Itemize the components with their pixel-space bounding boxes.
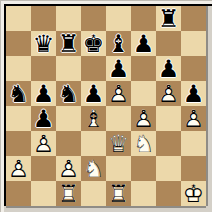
square-f1[interactable] xyxy=(131,181,156,206)
white-rook-piece[interactable]: ♜♖ xyxy=(56,181,81,206)
square-g6[interactable]: ♟ xyxy=(156,56,181,81)
square-e4[interactable] xyxy=(106,106,131,131)
square-h3[interactable] xyxy=(181,131,206,156)
square-e5[interactable]: ♟♙ xyxy=(106,81,131,106)
piece-glyph-outline: ♔ xyxy=(181,181,206,206)
white-knight-piece[interactable]: ♞♘ xyxy=(131,131,156,156)
square-c7[interactable]: ♜ xyxy=(56,31,81,56)
piece-glyph-outline: ♙ xyxy=(106,81,131,106)
piece-glyph-outline: ♙ xyxy=(56,156,81,181)
square-a2[interactable]: ♟♙ xyxy=(6,156,31,181)
square-e8[interactable] xyxy=(106,6,131,31)
piece-glyph-outline: ♙ xyxy=(31,131,56,156)
square-h5[interactable]: ♟ xyxy=(181,81,206,106)
square-g8[interactable]: ♜ xyxy=(156,6,181,31)
square-g1[interactable] xyxy=(156,181,181,206)
black-king-piece[interactable]: ♚ xyxy=(81,31,106,56)
square-b4[interactable]: ♟ xyxy=(31,106,56,131)
square-a7[interactable] xyxy=(6,31,31,56)
square-c5[interactable]: ♞ xyxy=(56,81,81,106)
square-h4[interactable]: ♟♙ xyxy=(181,106,206,131)
black-rook-piece[interactable]: ♜ xyxy=(156,6,181,31)
white-bishop-piece[interactable]: ♝♗ xyxy=(81,106,106,131)
frame-shadow-right xyxy=(206,6,208,206)
square-c3[interactable] xyxy=(56,131,81,156)
square-d2[interactable]: ♞♘ xyxy=(81,156,106,181)
square-e3[interactable]: ♛♕ xyxy=(106,131,131,156)
white-pawn-piece[interactable]: ♟♙ xyxy=(6,156,31,181)
square-f5[interactable] xyxy=(131,81,156,106)
square-g7[interactable] xyxy=(156,31,181,56)
white-pawn-piece[interactable]: ♟♙ xyxy=(156,81,181,106)
square-d5[interactable]: ♟ xyxy=(81,81,106,106)
white-pawn-piece[interactable]: ♟♙ xyxy=(106,81,131,106)
square-d6[interactable] xyxy=(81,56,106,81)
square-e7[interactable]: ♝ xyxy=(106,31,131,56)
square-c6[interactable] xyxy=(56,56,81,81)
square-a5[interactable]: ♞ xyxy=(6,81,31,106)
square-f2[interactable] xyxy=(131,156,156,181)
piece-glyph-outline: ♖ xyxy=(56,181,81,206)
white-pawn-piece[interactable]: ♟♙ xyxy=(56,156,81,181)
square-f8[interactable] xyxy=(131,6,156,31)
frame-shadow-bottom xyxy=(6,206,206,208)
black-knight-piece[interactable]: ♞ xyxy=(6,81,31,106)
square-c8[interactable] xyxy=(56,6,81,31)
square-e1[interactable]: ♜♖ xyxy=(106,181,131,206)
frame-edge-left xyxy=(0,0,1,212)
square-b6[interactable] xyxy=(31,56,56,81)
square-h7[interactable] xyxy=(181,31,206,56)
square-h8[interactable] xyxy=(181,6,206,31)
square-a1[interactable] xyxy=(6,181,31,206)
square-d1[interactable] xyxy=(81,181,106,206)
white-knight-piece[interactable]: ♞♘ xyxy=(81,156,106,181)
square-f7[interactable]: ♟ xyxy=(131,31,156,56)
square-h6[interactable] xyxy=(181,56,206,81)
square-g5[interactable]: ♟♙ xyxy=(156,81,181,106)
black-pawn-piece[interactable]: ♟ xyxy=(81,81,106,106)
square-b1[interactable] xyxy=(31,181,56,206)
black-pawn-piece[interactable]: ♟ xyxy=(181,81,206,106)
black-pawn-piece[interactable]: ♟ xyxy=(156,56,181,81)
chess-board-panel: ♜♛♜♚♝♟♟♟♞♟♞♟♟♙♟♙♟♟♝♗♟♙♟♙♟♙♛♕♞♘♟♙♟♙♞♘♜♖♜♖… xyxy=(0,0,212,212)
square-f6[interactable] xyxy=(131,56,156,81)
piece-glyph-outline: ♕ xyxy=(106,131,131,156)
black-pawn-piece[interactable]: ♟ xyxy=(131,31,156,56)
piece-glyph-outline: ♙ xyxy=(6,156,31,181)
square-a6[interactable] xyxy=(6,56,31,81)
frame-edge-top xyxy=(0,0,212,1)
square-d3[interactable] xyxy=(81,131,106,156)
white-rook-piece[interactable]: ♜♖ xyxy=(106,181,131,206)
square-f3[interactable]: ♞♘ xyxy=(131,131,156,156)
square-g4[interactable] xyxy=(156,106,181,131)
black-pawn-piece[interactable]: ♟ xyxy=(31,106,56,131)
piece-glyph-outline: ♙ xyxy=(156,81,181,106)
square-h2[interactable] xyxy=(181,156,206,181)
piece-glyph-outline: ♘ xyxy=(81,156,106,181)
black-pawn-piece[interactable]: ♟ xyxy=(106,56,131,81)
square-a3[interactable] xyxy=(6,131,31,156)
black-bishop-piece[interactable]: ♝ xyxy=(106,31,131,56)
square-d4[interactable]: ♝♗ xyxy=(81,106,106,131)
piece-glyph-outline: ♙ xyxy=(181,106,206,131)
white-king-piece[interactable]: ♚♔ xyxy=(181,181,206,206)
square-c2[interactable]: ♟♙ xyxy=(56,156,81,181)
square-e6[interactable]: ♟ xyxy=(106,56,131,81)
square-c1[interactable]: ♜♖ xyxy=(56,181,81,206)
white-pawn-piece[interactable]: ♟♙ xyxy=(131,106,156,131)
square-g3[interactable] xyxy=(156,131,181,156)
piece-glyph-outline: ♖ xyxy=(106,181,131,206)
square-b7[interactable]: ♛ xyxy=(31,31,56,56)
white-queen-piece[interactable]: ♛♕ xyxy=(106,131,131,156)
square-g2[interactable] xyxy=(156,156,181,181)
square-c4[interactable] xyxy=(56,106,81,131)
square-a8[interactable] xyxy=(6,6,31,31)
square-e2[interactable] xyxy=(106,156,131,181)
black-pawn-piece[interactable]: ♟ xyxy=(31,81,56,106)
white-pawn-piece[interactable]: ♟♙ xyxy=(181,106,206,131)
black-knight-piece[interactable]: ♞ xyxy=(56,81,81,106)
square-b2[interactable] xyxy=(31,156,56,181)
black-rook-piece[interactable]: ♜ xyxy=(56,31,81,56)
piece-glyph-outline: ♘ xyxy=(131,131,156,156)
square-f4[interactable]: ♟♙ xyxy=(131,106,156,131)
square-a4[interactable] xyxy=(6,106,31,131)
piece-glyph-outline: ♗ xyxy=(81,106,106,131)
square-h1[interactable]: ♚♔ xyxy=(181,181,206,206)
square-d8[interactable] xyxy=(81,6,106,31)
square-d7[interactable]: ♚ xyxy=(81,31,106,56)
white-pawn-piece[interactable]: ♟♙ xyxy=(31,131,56,156)
square-b3[interactable]: ♟♙ xyxy=(31,131,56,156)
square-b5[interactable]: ♟ xyxy=(31,81,56,106)
black-queen-piece[interactable]: ♛ xyxy=(31,31,56,56)
chess-board: ♜♛♜♚♝♟♟♟♞♟♞♟♟♙♟♙♟♟♝♗♟♙♟♙♟♙♛♕♞♘♟♙♟♙♞♘♜♖♜♖… xyxy=(6,6,206,206)
square-b8[interactable] xyxy=(31,6,56,31)
piece-glyph-outline: ♙ xyxy=(131,106,156,131)
